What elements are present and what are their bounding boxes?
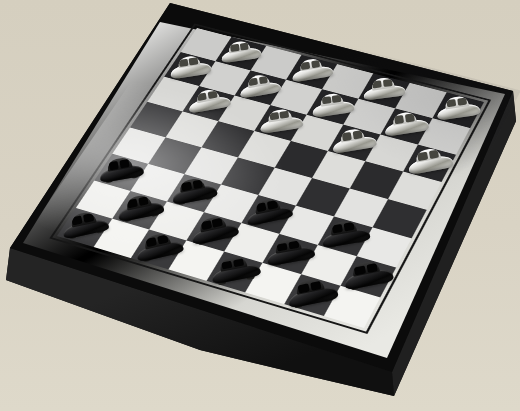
car-window-front xyxy=(200,220,211,230)
car-window-front xyxy=(127,199,138,208)
car-window-rear xyxy=(120,160,130,169)
car-window-rear xyxy=(207,91,217,99)
car-window-rear xyxy=(83,214,94,223)
car-window-rear xyxy=(428,150,439,159)
car-window-front xyxy=(249,77,259,85)
car-window-front xyxy=(446,99,456,107)
car-window-front xyxy=(394,116,404,124)
car-window-front xyxy=(221,260,233,270)
car-window-rear xyxy=(457,98,467,106)
car-window-front xyxy=(255,203,266,212)
car-window-front xyxy=(354,265,366,275)
car-window-front xyxy=(298,283,310,293)
car-window-rear xyxy=(366,262,378,272)
car-window-rear xyxy=(331,95,341,103)
car-window-front xyxy=(181,182,192,191)
car-window-rear xyxy=(353,130,363,139)
car-window-rear xyxy=(138,197,149,206)
car-window-rear xyxy=(212,218,223,228)
car-window-rear xyxy=(310,280,322,290)
car-window-rear xyxy=(189,57,198,65)
car-window-rear xyxy=(233,258,244,268)
car-window-front xyxy=(332,225,343,234)
car-window-front xyxy=(197,93,207,101)
car-window-rear xyxy=(344,223,355,232)
car-window-front xyxy=(342,132,352,141)
car-window-front xyxy=(417,152,428,161)
car-window-rear xyxy=(289,240,300,250)
car-window-rear xyxy=(267,201,278,210)
car-window-rear xyxy=(383,79,393,87)
car-window-rear xyxy=(405,114,415,122)
car-window-rear xyxy=(310,60,320,68)
car-window-rear xyxy=(259,76,269,84)
car-window-front xyxy=(179,59,189,67)
car-window-rear xyxy=(157,235,168,245)
car-window-rear xyxy=(240,42,249,50)
car-window-front xyxy=(230,44,239,52)
car-window-front xyxy=(109,161,120,170)
car-window-front xyxy=(71,216,82,225)
car-window-front xyxy=(277,242,289,252)
car-window-front xyxy=(300,62,310,70)
car-window-front xyxy=(321,96,331,104)
car-window-front xyxy=(145,238,157,248)
car-window-rear xyxy=(192,180,203,189)
car-window-front xyxy=(373,80,383,88)
checkers-set-photo xyxy=(0,0,520,411)
car-window-front xyxy=(269,112,279,120)
car-window-rear xyxy=(279,111,289,119)
